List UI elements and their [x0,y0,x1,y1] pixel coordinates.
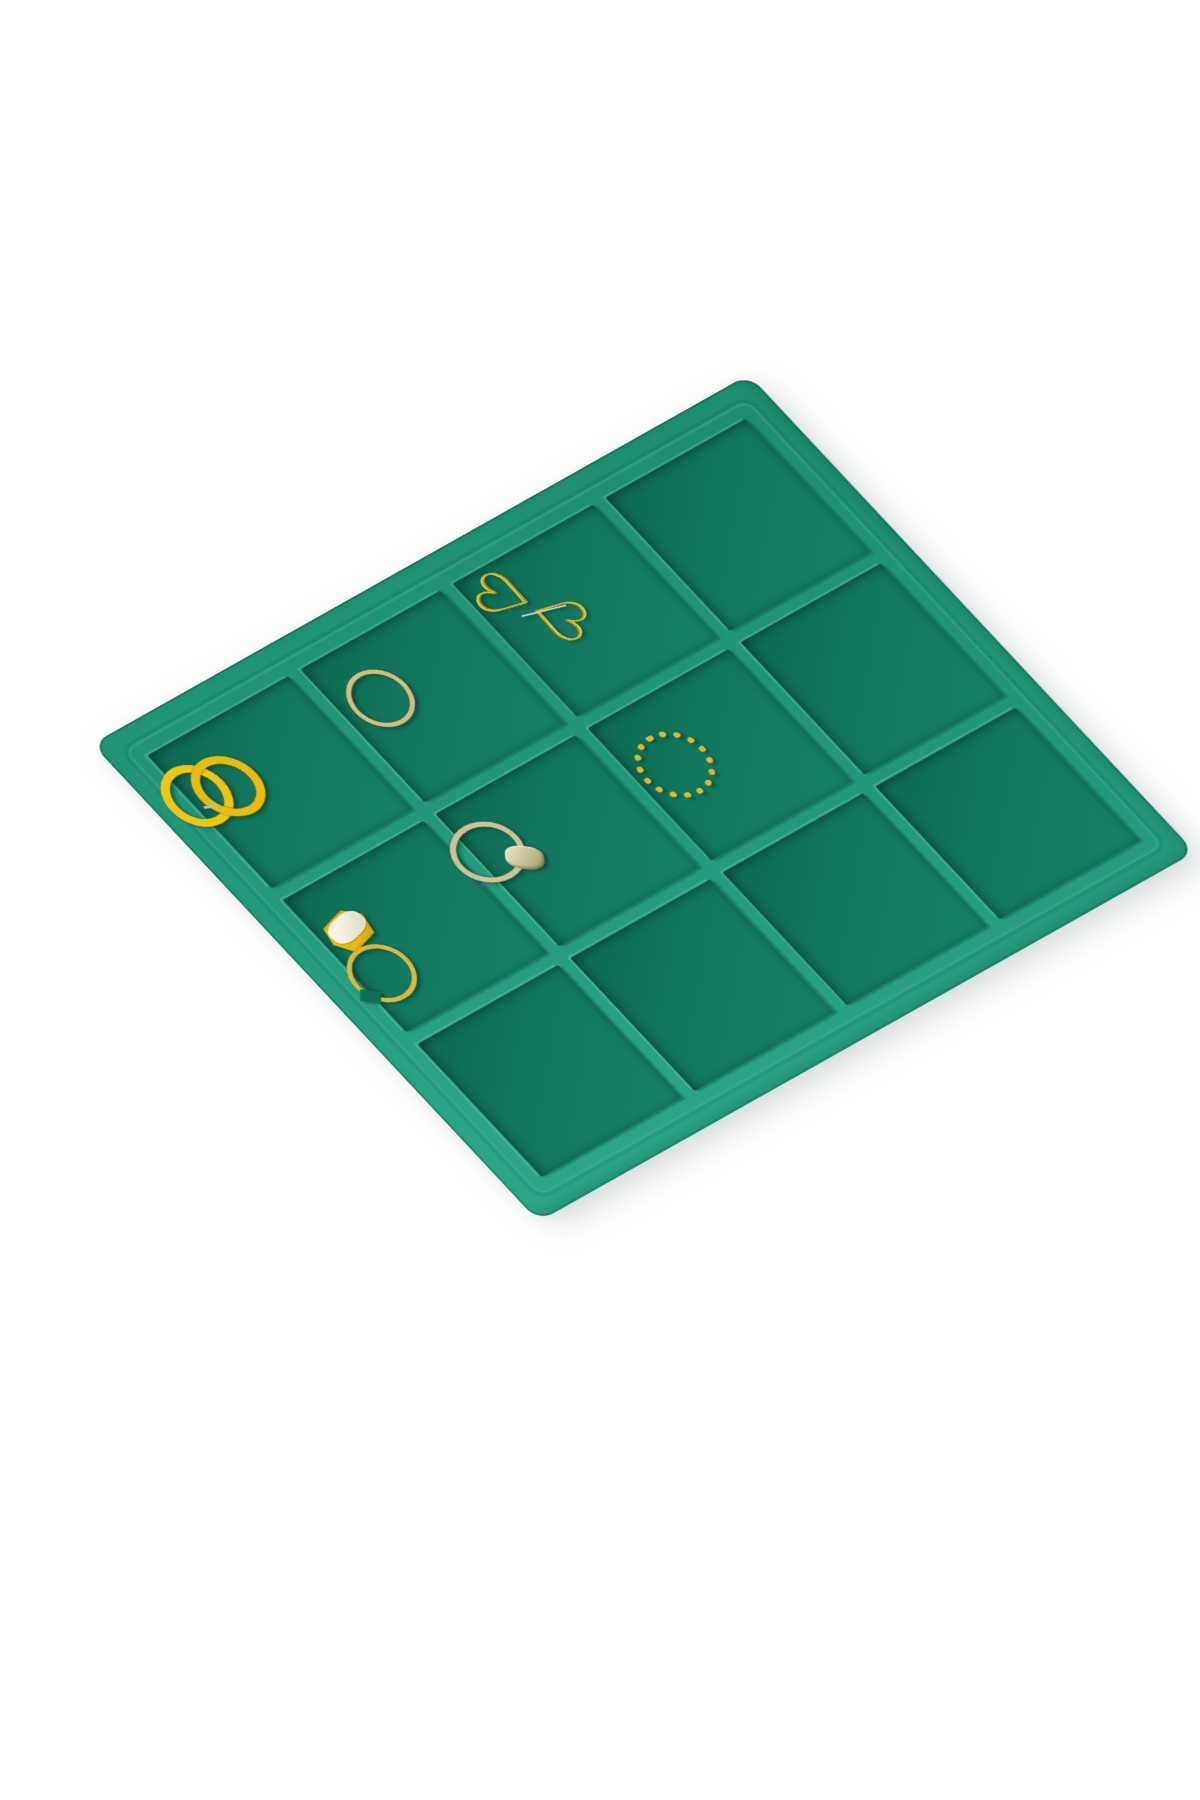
heart-earring-bottom: ♡ [520,585,596,651]
gold-heart-hoop-earrings: ♡♡ [463,538,639,680]
beaded-ring-circle [618,719,732,810]
product-photo-scene: ♡♡ [0,0,1200,1800]
jewelry-items-layer: ♡♡ [92,375,1195,1222]
gold-signet-ring [434,808,544,894]
open-ring-gap [360,989,381,1004]
gold-beaded-ring [618,719,732,810]
gold-hoop-earrings [145,742,269,837]
white-stone-open-ring [299,897,441,1013]
gold-band-ring [332,659,430,738]
tray-perspective-plane: ♡♡ [92,375,1195,1222]
band-ring-circle [332,659,430,738]
